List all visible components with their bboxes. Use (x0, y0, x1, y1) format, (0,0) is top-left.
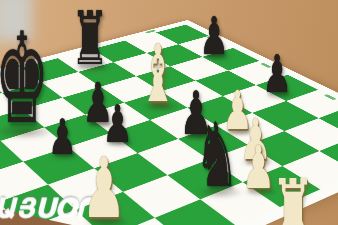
white-pawn-c2[interactable]: ♟ (73, 147, 136, 225)
black-rook[interactable]: ♜ (62, 1, 117, 75)
black-pawn-c7[interactable]: ♟ (191, 11, 237, 63)
black-knight-e3[interactable]: ♞ (186, 112, 249, 201)
chess-photo-scene: ♜♟♟♝♟♟♟♟♟♟♚♞♟♟♜ ԱՅՍՕՐ® (0, 0, 338, 225)
white-rook-h2[interactable]: ♜ (262, 169, 325, 225)
